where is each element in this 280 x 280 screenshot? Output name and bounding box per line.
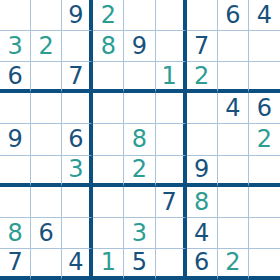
cell-r2c4[interactable]: 8 [93, 31, 124, 62]
cell-r9c8[interactable]: 2 [218, 249, 249, 280]
cell-r8c7[interactable]: 4 [187, 218, 218, 249]
cell-r8c8[interactable] [218, 218, 249, 249]
cell-r2c9[interactable] [249, 31, 280, 62]
cell-r2c3[interactable] [62, 31, 93, 62]
cell-r5c1[interactable]: 9 [0, 124, 31, 155]
cell-r1c2[interactable] [31, 0, 62, 31]
cell-r3c3[interactable]: 7 [62, 62, 93, 93]
cell-r1c5[interactable] [124, 0, 155, 31]
cell-r4c5[interactable] [124, 93, 155, 124]
cell-r6c9[interactable] [249, 156, 280, 187]
cell-r7c2[interactable] [31, 187, 62, 218]
cell-r1c3[interactable]: 9 [62, 0, 93, 31]
cell-r2c5[interactable]: 9 [124, 31, 155, 62]
cell-r8c4[interactable] [93, 218, 124, 249]
cell-r7c8[interactable] [218, 187, 249, 218]
cell-r4c4[interactable] [93, 93, 124, 124]
cell-r9c1[interactable]: 7 [0, 249, 31, 280]
cell-r9c7[interactable]: 6 [187, 249, 218, 280]
cell-r9c4[interactable]: 1 [93, 249, 124, 280]
cell-r5c4[interactable] [93, 124, 124, 155]
cell-r6c6[interactable] [156, 156, 187, 187]
cell-r5c5[interactable]: 8 [124, 124, 155, 155]
cell-r7c7[interactable]: 8 [187, 187, 218, 218]
cell-r3c6[interactable]: 1 [156, 62, 187, 93]
cell-r8c1[interactable]: 8 [0, 218, 31, 249]
cell-r6c4[interactable] [93, 156, 124, 187]
cell-r1c4[interactable]: 2 [93, 0, 124, 31]
cell-r5c3[interactable]: 6 [62, 124, 93, 155]
cell-r1c8[interactable]: 6 [218, 0, 249, 31]
cell-r2c7[interactable]: 7 [187, 31, 218, 62]
cell-r9c5[interactable]: 5 [124, 249, 155, 280]
cell-r8c3[interactable] [62, 218, 93, 249]
cell-r7c9[interactable] [249, 187, 280, 218]
cell-r3c9[interactable] [249, 62, 280, 93]
cell-r6c1[interactable] [0, 156, 31, 187]
cell-r9c2[interactable] [31, 249, 62, 280]
cell-r4c2[interactable] [31, 93, 62, 124]
cell-r7c1[interactable] [0, 187, 31, 218]
cell-r7c3[interactable] [62, 187, 93, 218]
cell-r6c7[interactable]: 9 [187, 156, 218, 187]
cell-r9c9[interactable] [249, 249, 280, 280]
cell-r5c9[interactable]: 2 [249, 124, 280, 155]
cell-r3c1[interactable]: 6 [0, 62, 31, 93]
cell-r2c8[interactable] [218, 31, 249, 62]
cell-r2c2[interactable]: 2 [31, 31, 62, 62]
cell-r5c8[interactable] [218, 124, 249, 155]
cell-r3c8[interactable] [218, 62, 249, 93]
cell-r3c5[interactable] [124, 62, 155, 93]
cell-r8c5[interactable]: 3 [124, 218, 155, 249]
cell-r4c3[interactable] [62, 93, 93, 124]
cell-r9c3[interactable]: 4 [62, 249, 93, 280]
cell-r1c6[interactable] [156, 0, 187, 31]
cell-r7c6[interactable]: 7 [156, 187, 187, 218]
cell-r3c2[interactable] [31, 62, 62, 93]
cell-r4c9[interactable]: 6 [249, 93, 280, 124]
cell-r1c7[interactable] [187, 0, 218, 31]
cell-r7c4[interactable] [93, 187, 124, 218]
cell-r3c4[interactable] [93, 62, 124, 93]
cell-r6c2[interactable] [31, 156, 62, 187]
sudoku-board: 9264328976712469682329788634741562 [0, 0, 280, 280]
cell-r4c6[interactable] [156, 93, 187, 124]
cell-r4c7[interactable] [187, 93, 218, 124]
cell-r2c6[interactable] [156, 31, 187, 62]
cell-r4c1[interactable] [0, 93, 31, 124]
cell-r9c6[interactable] [156, 249, 187, 280]
cell-r7c5[interactable] [124, 187, 155, 218]
cell-r6c3[interactable]: 3 [62, 156, 93, 187]
cell-r1c9[interactable]: 4 [249, 0, 280, 31]
cell-r3c7[interactable]: 2 [187, 62, 218, 93]
cell-r8c9[interactable] [249, 218, 280, 249]
cell-r5c2[interactable] [31, 124, 62, 155]
cell-r8c6[interactable] [156, 218, 187, 249]
cell-r2c1[interactable]: 3 [0, 31, 31, 62]
cell-r6c5[interactable]: 2 [124, 156, 155, 187]
cell-r5c7[interactable] [187, 124, 218, 155]
cell-r4c8[interactable]: 4 [218, 93, 249, 124]
cell-r6c8[interactable] [218, 156, 249, 187]
cell-r8c2[interactable]: 6 [31, 218, 62, 249]
cell-r1c1[interactable] [0, 0, 31, 31]
cell-r5c6[interactable] [156, 124, 187, 155]
